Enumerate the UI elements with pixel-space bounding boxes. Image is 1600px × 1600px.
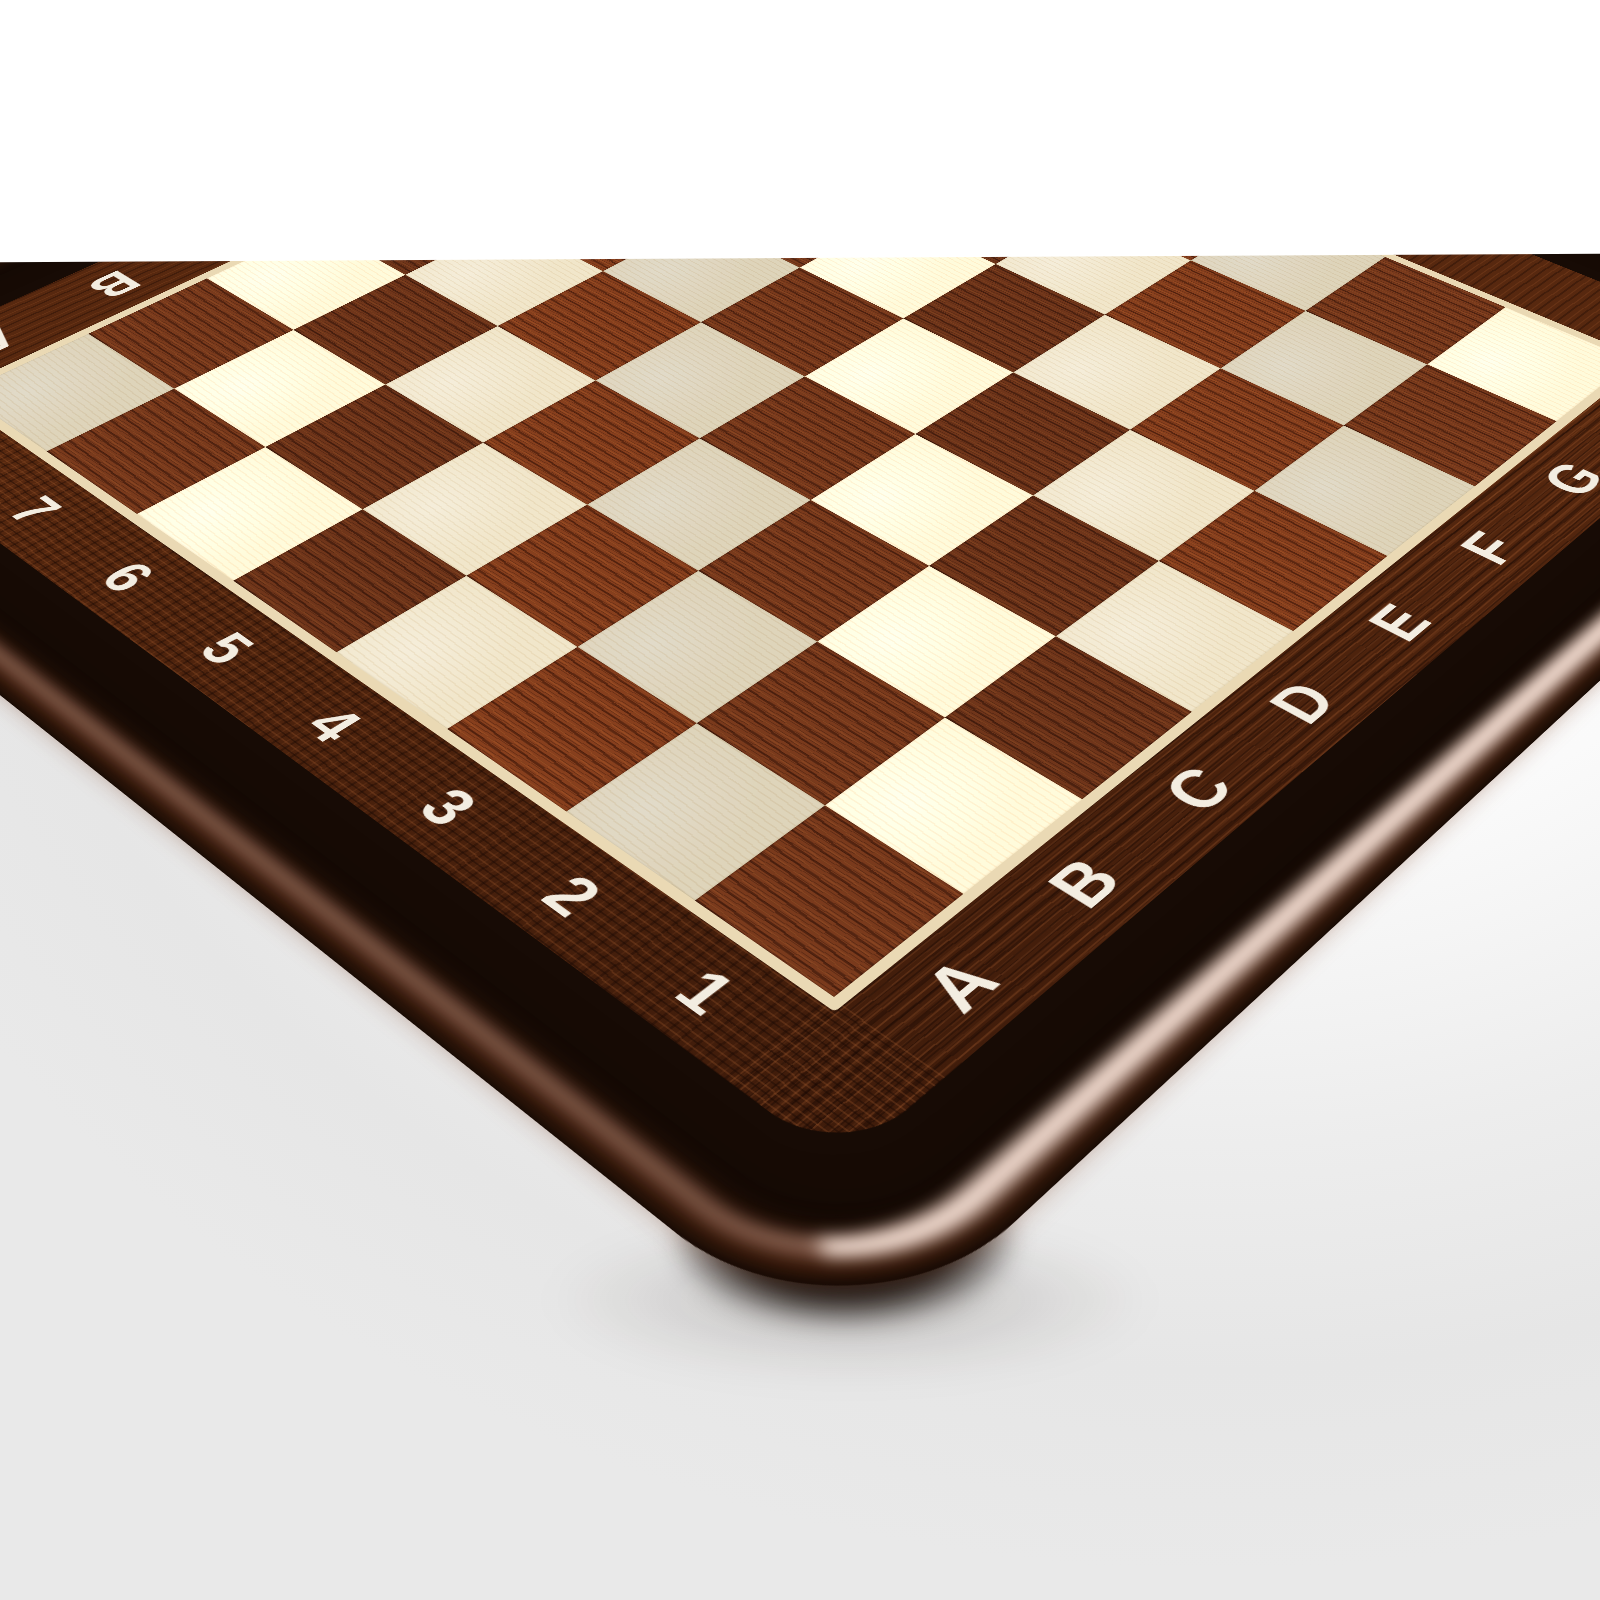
photo-crop-white-band [0, 0, 1600, 263]
photo-stage: A1AB2BC3CD4DE5EF6FG7GH8H [0, 0, 1600, 1600]
